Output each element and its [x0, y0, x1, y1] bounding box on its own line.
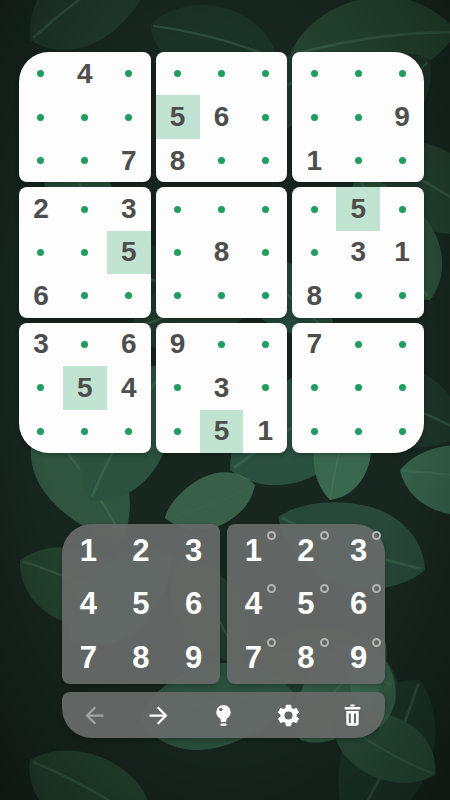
note-ring-icon — [372, 531, 381, 540]
cell-r8c7[interactable] — [292, 366, 336, 409]
cell-r9c8[interactable] — [336, 410, 380, 453]
empty-cell-dot — [174, 292, 181, 299]
digit-key-3[interactable]: 3 — [167, 524, 220, 577]
empty-cell-dot — [355, 292, 362, 299]
cell-r7c7[interactable]: 7 — [292, 323, 336, 366]
cell-r2c5[interactable]: 6 — [200, 95, 244, 138]
empty-cell-dot — [311, 70, 318, 77]
lightbulb-icon — [210, 702, 237, 729]
cell-r2c9[interactable]: 9 — [380, 95, 424, 138]
cell-r6c7[interactable]: 8 — [292, 274, 336, 317]
cell-r1c2[interactable]: 4 — [63, 52, 107, 95]
sudoku-box-3: 91 — [292, 52, 424, 182]
arrow-left-icon — [81, 702, 108, 729]
empty-cell-dot — [399, 292, 406, 299]
empty-cell-dot — [37, 249, 44, 256]
empty-cell-dot — [262, 384, 269, 391]
cell-r1c1[interactable] — [19, 52, 63, 95]
undo-button[interactable] — [74, 695, 114, 735]
note-key-1[interactable]: 1 — [227, 524, 280, 577]
note-ring-icon — [267, 531, 276, 540]
cell-r8c3[interactable]: 4 — [107, 366, 151, 409]
cell-r7c5[interactable] — [200, 323, 244, 366]
empty-cell-dot — [125, 114, 132, 121]
empty-cell-dot — [37, 114, 44, 121]
settings-button[interactable] — [268, 695, 308, 735]
cell-r4c4[interactable] — [156, 187, 200, 230]
cell-r6c2[interactable] — [63, 274, 107, 317]
empty-cell-dot — [262, 157, 269, 164]
cell-r4c6[interactable] — [243, 187, 287, 230]
empty-cell-dot — [355, 114, 362, 121]
empty-cell-dot — [81, 114, 88, 121]
empty-cell-dot — [125, 292, 132, 299]
cell-r1c9[interactable] — [380, 52, 424, 95]
sudoku-box-2: 568 — [156, 52, 288, 182]
cell-r7c3[interactable]: 6 — [107, 323, 151, 366]
empty-cell-dot — [399, 70, 406, 77]
digit-key-5[interactable]: 5 — [115, 577, 168, 630]
empty-cell-dot — [37, 70, 44, 77]
delete-button[interactable] — [333, 695, 373, 735]
empty-cell-dot — [355, 384, 362, 391]
cell-r9c4[interactable] — [156, 410, 200, 453]
cell-r3c5[interactable] — [200, 139, 244, 182]
redo-button[interactable] — [139, 695, 179, 735]
cell-r8c1[interactable] — [19, 366, 63, 409]
cell-r5c6[interactable] — [243, 231, 287, 274]
cell-r4c5[interactable] — [200, 187, 244, 230]
cell-r5c2[interactable] — [63, 231, 107, 274]
cell-r6c4[interactable] — [156, 274, 200, 317]
note-key-7[interactable]: 7 — [227, 631, 280, 684]
empty-cell-dot — [37, 428, 44, 435]
empty-cell-dot — [218, 341, 225, 348]
empty-cell-dot — [399, 384, 406, 391]
note-ring-icon — [320, 531, 329, 540]
cell-r1c5[interactable] — [200, 52, 244, 95]
empty-cell-dot — [399, 341, 406, 348]
cell-r5c3[interactable]: 5 — [107, 231, 151, 274]
cell-r9c2[interactable] — [63, 410, 107, 453]
note-key-9[interactable]: 9 — [332, 631, 385, 684]
cell-r3c3[interactable]: 7 — [107, 139, 151, 182]
note-ring-icon — [372, 638, 381, 647]
empty-cell-dot — [81, 428, 88, 435]
cell-r7c4[interactable]: 9 — [156, 323, 200, 366]
empty-cell-dot — [355, 70, 362, 77]
digit-key-1[interactable]: 1 — [62, 524, 115, 577]
cell-r8c9[interactable] — [380, 366, 424, 409]
note-ring-icon — [267, 584, 276, 593]
empty-cell-dot — [311, 249, 318, 256]
cell-r5c7[interactable] — [292, 231, 336, 274]
cell-r6c9[interactable] — [380, 274, 424, 317]
sudoku-box-5: 8 — [156, 187, 288, 317]
empty-cell-dot — [311, 384, 318, 391]
empty-cell-dot — [262, 70, 269, 77]
empty-cell-dot — [218, 157, 225, 164]
cell-r7c8[interactable] — [336, 323, 380, 366]
empty-cell-dot — [399, 157, 406, 164]
empty-cell-dot — [218, 206, 225, 213]
empty-cell-dot — [262, 114, 269, 121]
cell-r2c8[interactable] — [336, 95, 380, 138]
digit-key-6[interactable]: 6 — [167, 577, 220, 630]
note-key-3[interactable]: 3 — [332, 524, 385, 577]
cell-r1c3[interactable] — [107, 52, 151, 95]
empty-cell-dot — [399, 428, 406, 435]
empty-cell-dot — [81, 206, 88, 213]
cell-r5c5[interactable]: 8 — [200, 231, 244, 274]
cell-r2c1[interactable] — [19, 95, 63, 138]
cell-r8c8[interactable] — [336, 366, 380, 409]
sudoku-app-screen: 4756891235685318365493517 123456789 1234… — [0, 0, 450, 800]
cell-r6c6[interactable] — [243, 274, 287, 317]
cell-r4c2[interactable] — [63, 187, 107, 230]
sudoku-board: 4756891235685318365493517 — [19, 52, 424, 453]
notes-keypad: 123456789 — [227, 524, 385, 684]
arrow-right-icon — [145, 702, 172, 729]
digit-keypad: 123456789 — [62, 524, 220, 684]
sudoku-box-7: 3654 — [19, 323, 151, 453]
sudoku-box-8: 9351 — [156, 323, 288, 453]
empty-cell-dot — [262, 341, 269, 348]
empty-cell-dot — [125, 70, 132, 77]
note-key-6[interactable]: 6 — [332, 577, 385, 630]
empty-cell-dot — [355, 428, 362, 435]
cell-r2c3[interactable] — [107, 95, 151, 138]
cell-r4c1[interactable]: 2 — [19, 187, 63, 230]
empty-cell-dot — [355, 157, 362, 164]
empty-cell-dot — [174, 249, 181, 256]
cell-r7c6[interactable] — [243, 323, 287, 366]
cell-r9c6[interactable]: 1 — [243, 410, 287, 453]
cell-r7c1[interactable]: 3 — [19, 323, 63, 366]
cell-r6c5[interactable] — [200, 274, 244, 317]
cell-r4c7[interactable] — [292, 187, 336, 230]
cell-r1c7[interactable] — [292, 52, 336, 95]
empty-cell-dot — [311, 206, 318, 213]
empty-cell-dot — [311, 428, 318, 435]
cell-r8c6[interactable] — [243, 366, 287, 409]
cell-r2c2[interactable] — [63, 95, 107, 138]
cell-r1c4[interactable] — [156, 52, 200, 95]
empty-cell-dot — [81, 249, 88, 256]
cell-r3c1[interactable] — [19, 139, 63, 182]
keypad-area: 123456789 123456789 — [62, 524, 385, 684]
cell-r2c6[interactable] — [243, 95, 287, 138]
cell-r7c2[interactable] — [63, 323, 107, 366]
empty-cell-dot — [174, 428, 181, 435]
cell-r3c4[interactable]: 8 — [156, 139, 200, 182]
digit-key-4[interactable]: 4 — [62, 577, 115, 630]
empty-cell-dot — [174, 70, 181, 77]
empty-cell-dot — [81, 341, 88, 348]
sudoku-box-9: 7 — [292, 323, 424, 453]
sudoku-box-6: 5318 — [292, 187, 424, 317]
cell-r8c2[interactable]: 5 — [63, 366, 107, 409]
cell-r2c7[interactable] — [292, 95, 336, 138]
cell-r3c6[interactable] — [243, 139, 287, 182]
cell-r4c9[interactable] — [380, 187, 424, 230]
cell-r6c3[interactable] — [107, 274, 151, 317]
empty-cell-dot — [81, 292, 88, 299]
cell-r9c1[interactable] — [19, 410, 63, 453]
empty-cell-dot — [262, 249, 269, 256]
note-key-2[interactable]: 2 — [280, 524, 333, 577]
cell-r6c1[interactable]: 6 — [19, 274, 63, 317]
empty-cell-dot — [81, 157, 88, 164]
empty-cell-dot — [218, 292, 225, 299]
cell-r9c3[interactable] — [107, 410, 151, 453]
empty-cell-dot — [262, 206, 269, 213]
cell-r8c5[interactable]: 3 — [200, 366, 244, 409]
cell-r3c8[interactable] — [336, 139, 380, 182]
cell-r2c4[interactable]: 5 — [156, 95, 200, 138]
cell-r1c8[interactable] — [336, 52, 380, 95]
empty-cell-dot — [125, 428, 132, 435]
note-key-8[interactable]: 8 — [280, 631, 333, 684]
note-ring-icon — [320, 584, 329, 593]
gear-icon — [275, 702, 302, 729]
hint-button[interactable] — [203, 695, 243, 735]
empty-cell-dot — [311, 114, 318, 121]
cell-r4c3[interactable]: 3 — [107, 187, 151, 230]
empty-cell-dot — [399, 206, 406, 213]
note-key-4[interactable]: 4 — [227, 577, 280, 630]
digit-key-8[interactable]: 8 — [115, 631, 168, 684]
toolbar — [62, 692, 385, 738]
sudoku-box-4: 2356 — [19, 187, 151, 317]
cell-r5c9[interactable]: 1 — [380, 231, 424, 274]
cell-r8c4[interactable] — [156, 366, 200, 409]
sudoku-box-1: 47 — [19, 52, 151, 182]
empty-cell-dot — [174, 206, 181, 213]
cell-r3c9[interactable] — [380, 139, 424, 182]
note-ring-icon — [372, 584, 381, 593]
cell-r9c7[interactable] — [292, 410, 336, 453]
note-ring-icon — [267, 638, 276, 647]
empty-cell-dot — [355, 341, 362, 348]
digit-key-2[interactable]: 2 — [115, 524, 168, 577]
cell-r6c8[interactable] — [336, 274, 380, 317]
cell-r5c8[interactable]: 3 — [336, 231, 380, 274]
cell-r9c9[interactable] — [380, 410, 424, 453]
cell-r7c9[interactable] — [380, 323, 424, 366]
cell-r1c6[interactable] — [243, 52, 287, 95]
empty-cell-dot — [37, 384, 44, 391]
cell-r3c7[interactable]: 1 — [292, 139, 336, 182]
digit-key-7[interactable]: 7 — [62, 631, 115, 684]
empty-cell-dot — [218, 70, 225, 77]
note-ring-icon — [320, 638, 329, 647]
cell-r4c8[interactable]: 5 — [336, 187, 380, 230]
empty-cell-dot — [174, 384, 181, 391]
note-key-5[interactable]: 5 — [280, 577, 333, 630]
cell-r9c5[interactable]: 5 — [200, 410, 244, 453]
empty-cell-dot — [37, 157, 44, 164]
digit-key-9[interactable]: 9 — [167, 631, 220, 684]
empty-cell-dot — [262, 292, 269, 299]
cell-r5c4[interactable] — [156, 231, 200, 274]
trash-icon — [339, 702, 366, 729]
cell-r5c1[interactable] — [19, 231, 63, 274]
cell-r3c2[interactable] — [63, 139, 107, 182]
